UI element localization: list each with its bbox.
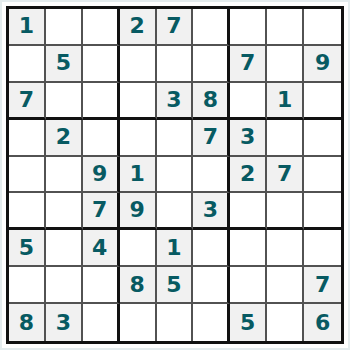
cell-r2c6[interactable] bbox=[193, 46, 230, 83]
cell-r6c1[interactable] bbox=[9, 193, 46, 230]
cell-r8c8[interactable] bbox=[267, 267, 304, 304]
cell-r9c3[interactable] bbox=[83, 304, 120, 341]
cell-r2c2[interactable]: 5 bbox=[46, 46, 83, 83]
cell-r3c4[interactable] bbox=[120, 83, 157, 120]
cell-r4c1[interactable] bbox=[9, 120, 46, 157]
cell-r3c7[interactable] bbox=[230, 83, 267, 120]
cell-r9c4[interactable] bbox=[120, 304, 157, 341]
sudoku-board: 127579738127391277935418578356 bbox=[6, 6, 344, 344]
cell-r8c4[interactable]: 8 bbox=[120, 267, 157, 304]
cell-r4c6[interactable]: 7 bbox=[193, 120, 230, 157]
cell-r4c3[interactable] bbox=[83, 120, 120, 157]
cell-r9c5[interactable] bbox=[157, 304, 194, 341]
cell-r2c5[interactable] bbox=[157, 46, 194, 83]
cell-r1c6[interactable] bbox=[193, 9, 230, 46]
cell-r7c1[interactable]: 5 bbox=[9, 230, 46, 267]
cell-r6c7[interactable] bbox=[230, 193, 267, 230]
cell-r5c5[interactable] bbox=[157, 157, 194, 194]
cell-r2c1[interactable] bbox=[9, 46, 46, 83]
cell-r3c6[interactable]: 8 bbox=[193, 83, 230, 120]
cell-r1c4[interactable]: 2 bbox=[120, 9, 157, 46]
cell-r9c6[interactable] bbox=[193, 304, 230, 341]
cell-r9c8[interactable] bbox=[267, 304, 304, 341]
cell-r5c8[interactable]: 7 bbox=[267, 157, 304, 194]
cell-r2c8[interactable] bbox=[267, 46, 304, 83]
cell-r3c8[interactable]: 1 bbox=[267, 83, 304, 120]
cell-r9c2[interactable]: 3 bbox=[46, 304, 83, 341]
cell-r3c1[interactable]: 7 bbox=[9, 83, 46, 120]
cell-r4c9[interactable] bbox=[304, 120, 341, 157]
cell-r3c9[interactable] bbox=[304, 83, 341, 120]
cell-r8c9[interactable]: 7 bbox=[304, 267, 341, 304]
cell-r8c7[interactable] bbox=[230, 267, 267, 304]
cell-r2c7[interactable]: 7 bbox=[230, 46, 267, 83]
cell-r8c1[interactable] bbox=[9, 267, 46, 304]
cell-r8c3[interactable] bbox=[83, 267, 120, 304]
cell-r5c4[interactable]: 1 bbox=[120, 157, 157, 194]
cell-r6c6[interactable]: 3 bbox=[193, 193, 230, 230]
cell-r6c3[interactable]: 7 bbox=[83, 193, 120, 230]
sudoku-page: 127579738127391277935418578356 bbox=[0, 0, 350, 350]
cell-r4c7[interactable]: 3 bbox=[230, 120, 267, 157]
cell-r1c5[interactable]: 7 bbox=[157, 9, 194, 46]
cell-r7c4[interactable] bbox=[120, 230, 157, 267]
cell-r1c9[interactable] bbox=[304, 9, 341, 46]
cell-r5c9[interactable] bbox=[304, 157, 341, 194]
cell-r8c5[interactable]: 5 bbox=[157, 267, 194, 304]
cell-r7c7[interactable] bbox=[230, 230, 267, 267]
cell-r7c3[interactable]: 4 bbox=[83, 230, 120, 267]
cell-r8c6[interactable] bbox=[193, 267, 230, 304]
cell-r7c8[interactable] bbox=[267, 230, 304, 267]
cell-r8c2[interactable] bbox=[46, 267, 83, 304]
cell-r6c9[interactable] bbox=[304, 193, 341, 230]
cell-r5c6[interactable] bbox=[193, 157, 230, 194]
cell-r5c7[interactable]: 2 bbox=[230, 157, 267, 194]
cell-r5c3[interactable]: 9 bbox=[83, 157, 120, 194]
cell-r7c6[interactable] bbox=[193, 230, 230, 267]
cell-r4c4[interactable] bbox=[120, 120, 157, 157]
cell-r4c2[interactable]: 2 bbox=[46, 120, 83, 157]
cell-r9c7[interactable]: 5 bbox=[230, 304, 267, 341]
cell-r2c4[interactable] bbox=[120, 46, 157, 83]
cell-r6c5[interactable] bbox=[157, 193, 194, 230]
cell-r3c5[interactable]: 3 bbox=[157, 83, 194, 120]
cell-r3c2[interactable] bbox=[46, 83, 83, 120]
cell-r5c1[interactable] bbox=[9, 157, 46, 194]
cell-r7c5[interactable]: 1 bbox=[157, 230, 194, 267]
cell-r2c3[interactable] bbox=[83, 46, 120, 83]
cell-r4c8[interactable] bbox=[267, 120, 304, 157]
cell-r7c9[interactable] bbox=[304, 230, 341, 267]
cell-r6c8[interactable] bbox=[267, 193, 304, 230]
cell-r6c4[interactable]: 9 bbox=[120, 193, 157, 230]
cell-r1c7[interactable] bbox=[230, 9, 267, 46]
cell-r4c5[interactable] bbox=[157, 120, 194, 157]
cell-r1c1[interactable]: 1 bbox=[9, 9, 46, 46]
cell-r1c2[interactable] bbox=[46, 9, 83, 46]
cell-r1c8[interactable] bbox=[267, 9, 304, 46]
cell-r9c1[interactable]: 8 bbox=[9, 304, 46, 341]
cell-r2c9[interactable]: 9 bbox=[304, 46, 341, 83]
cell-r6c2[interactable] bbox=[46, 193, 83, 230]
cell-r5c2[interactable] bbox=[46, 157, 83, 194]
cell-r7c2[interactable] bbox=[46, 230, 83, 267]
cell-r3c3[interactable] bbox=[83, 83, 120, 120]
cell-r9c9[interactable]: 6 bbox=[304, 304, 341, 341]
cell-r1c3[interactable] bbox=[83, 9, 120, 46]
